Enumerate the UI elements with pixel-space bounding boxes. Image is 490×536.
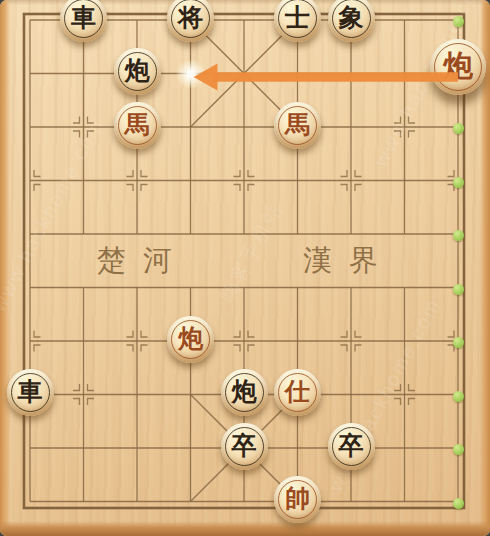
piece-black-chariot[interactable]: 車: [7, 369, 54, 416]
piece-layer: 車将士象炮炮馬馬炮車炮仕卒卒帥: [0, 0, 490, 536]
xiangqi-board: 楚河 漢界 www.hackhome.com嗨客手机站www.hackhome.…: [0, 0, 490, 536]
piece-glyph: 炮: [443, 51, 473, 81]
piece-black-soldier[interactable]: 卒: [221, 423, 268, 470]
piece-black-advisor[interactable]: 士: [274, 0, 321, 42]
piece-red-horse[interactable]: 馬: [114, 102, 161, 149]
piece-glyph: 炮: [178, 326, 203, 351]
piece-glyph: 卒: [339, 433, 364, 458]
piece-glyph: 卒: [232, 433, 257, 458]
piece-glyph: 車: [71, 5, 96, 30]
piece-glyph: 炮: [125, 58, 150, 83]
piece-glyph: 象: [339, 5, 364, 30]
piece-red-cannon[interactable]: 炮: [430, 39, 486, 95]
piece-black-chariot[interactable]: 車: [60, 0, 107, 42]
piece-black-elephant[interactable]: 象: [328, 0, 375, 42]
piece-glyph: 仕: [285, 379, 310, 404]
piece-glyph: 士: [285, 5, 310, 30]
piece-glyph: 馬: [125, 112, 150, 137]
move-destination-marker[interactable]: [176, 59, 206, 89]
piece-black-soldier[interactable]: 卒: [328, 423, 375, 470]
piece-red-cannon[interactable]: 炮: [167, 316, 214, 363]
piece-black-cannon[interactable]: 炮: [221, 369, 268, 416]
piece-glyph: 炮: [232, 379, 257, 404]
piece-glyph: 将: [178, 5, 203, 30]
piece-red-general[interactable]: 帥: [274, 476, 321, 523]
piece-glyph: 馬: [285, 112, 310, 137]
piece-black-general[interactable]: 将: [167, 0, 214, 42]
piece-glyph: 帥: [285, 486, 310, 511]
piece-black-cannon[interactable]: 炮: [114, 48, 161, 95]
piece-red-advisor[interactable]: 仕: [274, 369, 321, 416]
piece-red-horse[interactable]: 馬: [274, 102, 321, 149]
piece-glyph: 車: [18, 379, 43, 404]
